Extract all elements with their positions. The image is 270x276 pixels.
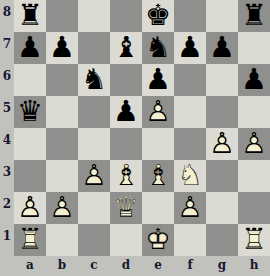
file-label-a: a — [14, 255, 46, 275]
file-labels: abcdefgh — [14, 256, 270, 276]
square-f4[interactable] — [174, 128, 206, 160]
square-e8[interactable]: ♚ — [142, 0, 174, 32]
black-pawn[interactable]: ♟ — [206, 32, 238, 64]
square-f3[interactable]: ♞♘ — [174, 160, 206, 192]
file-label-c: c — [78, 255, 110, 275]
rank-label-1: 1 — [0, 220, 14, 252]
square-b2[interactable]: ♟♙ — [46, 192, 78, 224]
square-h5[interactable] — [238, 96, 270, 128]
square-c4[interactable] — [78, 128, 110, 160]
black-knight[interactable]: ♞ — [78, 64, 110, 96]
square-c5[interactable] — [78, 96, 110, 128]
square-b1[interactable] — [46, 224, 78, 256]
square-c1[interactable] — [78, 224, 110, 256]
square-e1[interactable]: ♚♔ — [142, 224, 174, 256]
square-e7[interactable]: ♞ — [142, 32, 174, 64]
rank-label-8: 8 — [0, 0, 14, 28]
square-a6[interactable] — [14, 64, 46, 96]
square-h3[interactable] — [238, 160, 270, 192]
square-g8[interactable] — [206, 0, 238, 32]
square-g2[interactable] — [206, 192, 238, 224]
black-pawn[interactable]: ♟ — [110, 96, 142, 128]
chess-diagram: 87654321 ♜♚♜♟♟♝♞♟♟♞♟♟♛♟♟♙♟♙♟♙♟♙♝♗♝♗♞♘♟♙♟… — [0, 0, 270, 276]
white-bishop[interactable]: ♗ — [110, 160, 142, 192]
square-a8[interactable]: ♜ — [14, 0, 46, 32]
square-d8[interactable] — [110, 0, 142, 32]
square-e3[interactable]: ♝♗ — [142, 160, 174, 192]
square-f6[interactable] — [174, 64, 206, 96]
rank-labels: 87654321 — [0, 0, 14, 256]
white-pawn[interactable]: ♙ — [206, 128, 238, 160]
rank-label-5: 5 — [0, 92, 14, 124]
black-rook[interactable]: ♜ — [14, 0, 46, 32]
square-a5[interactable]: ♛ — [14, 96, 46, 128]
square-c7[interactable] — [78, 32, 110, 64]
square-f8[interactable] — [174, 0, 206, 32]
rank-label-3: 3 — [0, 156, 14, 188]
square-g7[interactable]: ♟ — [206, 32, 238, 64]
square-b3[interactable] — [46, 160, 78, 192]
black-pawn[interactable]: ♟ — [14, 32, 46, 64]
chess-board: ♜♚♜♟♟♝♞♟♟♞♟♟♛♟♟♙♟♙♟♙♟♙♝♗♝♗♞♘♟♙♟♙♛♕♟♙♜♖♚♔… — [14, 0, 270, 256]
file-label-e: e — [142, 255, 174, 275]
white-pawn[interactable]: ♙ — [46, 192, 78, 224]
square-g3[interactable] — [206, 160, 238, 192]
white-pawn[interactable]: ♙ — [14, 192, 46, 224]
square-a1[interactable]: ♜♖ — [14, 224, 46, 256]
white-king[interactable]: ♔ — [142, 224, 174, 256]
square-a3[interactable] — [14, 160, 46, 192]
black-pawn[interactable]: ♟ — [174, 32, 206, 64]
square-d6[interactable] — [110, 64, 142, 96]
square-g1[interactable] — [206, 224, 238, 256]
square-d1[interactable] — [110, 224, 142, 256]
square-h1[interactable]: ♜♖ — [238, 224, 270, 256]
black-pawn[interactable]: ♟ — [46, 32, 78, 64]
square-a2[interactable]: ♟♙ — [14, 192, 46, 224]
square-f7[interactable]: ♟ — [174, 32, 206, 64]
square-e4[interactable] — [142, 128, 174, 160]
square-b7[interactable]: ♟ — [46, 32, 78, 64]
square-d3[interactable]: ♝♗ — [110, 160, 142, 192]
rank-label-2: 2 — [0, 188, 14, 220]
white-pawn[interactable]: ♙ — [142, 96, 174, 128]
white-rook[interactable]: ♖ — [14, 224, 46, 256]
rank-label-4: 4 — [0, 124, 14, 156]
square-g6[interactable] — [206, 64, 238, 96]
black-pawn[interactable]: ♟ — [238, 64, 270, 96]
square-b4[interactable] — [46, 128, 78, 160]
file-label-f: f — [174, 255, 206, 275]
square-c3[interactable]: ♟♙ — [78, 160, 110, 192]
rank-label-6: 6 — [0, 60, 14, 92]
square-d5[interactable]: ♟ — [110, 96, 142, 128]
file-label-b: b — [46, 255, 78, 275]
black-rook[interactable]: ♜ — [238, 0, 270, 32]
white-queen[interactable]: ♕ — [110, 192, 142, 224]
white-rook[interactable]: ♖ — [238, 224, 270, 256]
white-knight[interactable]: ♘ — [174, 160, 206, 192]
white-pawn[interactable]: ♙ — [174, 192, 206, 224]
square-a7[interactable]: ♟ — [14, 32, 46, 64]
file-label-g: g — [206, 255, 238, 275]
square-e5[interactable]: ♟♙ — [142, 96, 174, 128]
black-queen[interactable]: ♛ — [14, 96, 46, 128]
square-a4[interactable] — [14, 128, 46, 160]
square-g4[interactable]: ♟♙ — [206, 128, 238, 160]
square-f1[interactable] — [174, 224, 206, 256]
black-pawn[interactable]: ♟ — [142, 64, 174, 96]
square-f5[interactable] — [174, 96, 206, 128]
square-e6[interactable]: ♟ — [142, 64, 174, 96]
square-b6[interactable] — [46, 64, 78, 96]
square-c2[interactable] — [78, 192, 110, 224]
square-h6[interactable]: ♟ — [238, 64, 270, 96]
file-label-d: d — [110, 255, 142, 275]
rank-label-7: 7 — [0, 28, 14, 60]
square-b8[interactable] — [46, 0, 78, 32]
square-d7[interactable]: ♝ — [110, 32, 142, 64]
file-label-h: h — [238, 255, 270, 275]
black-king[interactable]: ♚ — [142, 0, 174, 32]
black-knight[interactable]: ♞ — [142, 32, 174, 64]
square-g5[interactable] — [206, 96, 238, 128]
square-h2[interactable] — [238, 192, 270, 224]
square-d4[interactable] — [110, 128, 142, 160]
white-bishop[interactable]: ♗ — [142, 160, 174, 192]
black-bishop[interactable]: ♝ — [110, 32, 142, 64]
square-d2[interactable]: ♛♕ — [110, 192, 142, 224]
square-f2[interactable]: ♟♙ — [174, 192, 206, 224]
square-c8[interactable] — [78, 0, 110, 32]
square-h4[interactable]: ♟♙ — [238, 128, 270, 160]
white-pawn[interactable]: ♙ — [238, 128, 270, 160]
square-b5[interactable] — [46, 96, 78, 128]
square-h7[interactable] — [238, 32, 270, 64]
white-pawn[interactable]: ♙ — [78, 160, 110, 192]
square-h8[interactable]: ♜ — [238, 0, 270, 32]
square-e2[interactable] — [142, 192, 174, 224]
square-c6[interactable]: ♞ — [78, 64, 110, 96]
